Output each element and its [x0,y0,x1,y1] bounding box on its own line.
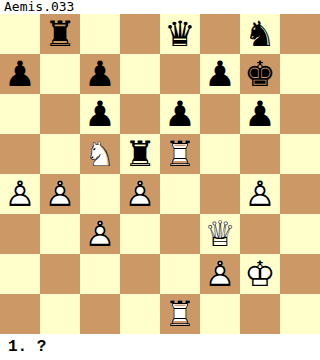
square-f4[interactable] [200,174,240,214]
square-g4[interactable]: ♟♙ [240,174,280,214]
square-c1[interactable] [80,294,120,334]
black-queen[interactable]: ♛ [160,14,200,54]
square-c2[interactable] [80,254,120,294]
piece-outline: ♖ [160,134,200,174]
white-queen[interactable]: ♛♕ [200,214,240,254]
move-prompt: 1. ? [8,338,46,356]
square-h1[interactable] [280,294,320,334]
piece-outline: ♙ [0,174,40,214]
square-e3[interactable] [160,214,200,254]
piece-outline: ♙ [40,174,80,214]
square-e6[interactable]: ♟ [160,94,200,134]
square-c8[interactable] [80,14,120,54]
square-e2[interactable] [160,254,200,294]
square-e4[interactable] [160,174,200,214]
square-h4[interactable] [280,174,320,214]
black-knight[interactable]: ♞ [240,14,280,54]
square-b6[interactable] [40,94,80,134]
square-b2[interactable] [40,254,80,294]
white-king[interactable]: ♚♔ [240,254,280,294]
square-b5[interactable] [40,134,80,174]
chess-board: ♜♛♞♟♟♟♚♟♟♟♞♘♜♜♖♟♙♟♙♟♙♟♙♟♙♛♕♟♙♚♔♜♖ [0,14,320,334]
black-pawn[interactable]: ♟ [160,94,200,134]
square-f1[interactable] [200,294,240,334]
square-d3[interactable] [120,214,160,254]
piece-outline: ♕ [200,214,240,254]
square-f5[interactable] [200,134,240,174]
square-a4[interactable]: ♟♙ [0,174,40,214]
square-h8[interactable] [280,14,320,54]
white-knight[interactable]: ♞♘ [80,134,120,174]
square-a7[interactable]: ♟ [0,54,40,94]
square-g3[interactable] [240,214,280,254]
square-d4[interactable]: ♟♙ [120,174,160,214]
piece-outline: ♙ [200,254,240,294]
white-rook[interactable]: ♜♖ [160,134,200,174]
square-h5[interactable] [280,134,320,174]
white-pawn[interactable]: ♟♙ [40,174,80,214]
square-d1[interactable] [120,294,160,334]
square-f8[interactable] [200,14,240,54]
square-g2[interactable]: ♚♔ [240,254,280,294]
black-pawn[interactable]: ♟ [80,94,120,134]
square-g7[interactable]: ♚ [240,54,280,94]
square-d5[interactable]: ♜ [120,134,160,174]
square-a2[interactable] [0,254,40,294]
square-d2[interactable] [120,254,160,294]
white-pawn[interactable]: ♟♙ [240,174,280,214]
black-king[interactable]: ♚ [240,54,280,94]
square-b7[interactable] [40,54,80,94]
square-f6[interactable] [200,94,240,134]
square-h3[interactable] [280,214,320,254]
square-b3[interactable] [40,214,80,254]
square-c6[interactable]: ♟ [80,94,120,134]
square-g6[interactable]: ♟ [240,94,280,134]
square-g8[interactable]: ♞ [240,14,280,54]
white-pawn[interactable]: ♟♙ [0,174,40,214]
square-b4[interactable]: ♟♙ [40,174,80,214]
square-c5[interactable]: ♞♘ [80,134,120,174]
square-f3[interactable]: ♛♕ [200,214,240,254]
black-pawn[interactable]: ♟ [0,54,40,94]
square-h7[interactable] [280,54,320,94]
square-e1[interactable]: ♜♖ [160,294,200,334]
square-d6[interactable] [120,94,160,134]
square-b8[interactable]: ♜ [40,14,80,54]
black-pawn[interactable]: ♟ [200,54,240,94]
square-e8[interactable]: ♛ [160,14,200,54]
piece-outline: ♙ [80,214,120,254]
square-h6[interactable] [280,94,320,134]
black-pawn[interactable]: ♟ [80,54,120,94]
square-d7[interactable] [120,54,160,94]
white-rook[interactable]: ♜♖ [160,294,200,334]
square-f7[interactable]: ♟ [200,54,240,94]
square-a6[interactable] [0,94,40,134]
square-a5[interactable] [0,134,40,174]
white-pawn[interactable]: ♟♙ [80,214,120,254]
piece-outline: ♖ [160,294,200,334]
square-c3[interactable]: ♟♙ [80,214,120,254]
black-rook[interactable]: ♜ [120,134,160,174]
square-e5[interactable]: ♜♖ [160,134,200,174]
piece-outline: ♔ [240,254,280,294]
square-e7[interactable] [160,54,200,94]
square-a3[interactable] [0,214,40,254]
square-b1[interactable] [40,294,80,334]
piece-outline: ♙ [240,174,280,214]
black-rook[interactable]: ♜ [40,14,80,54]
piece-outline: ♙ [120,174,160,214]
white-pawn[interactable]: ♟♙ [200,254,240,294]
square-a1[interactable] [0,294,40,334]
square-d8[interactable] [120,14,160,54]
diagram-title: Aemis.033 [4,0,74,14]
square-g1[interactable] [240,294,280,334]
square-a8[interactable] [0,14,40,54]
white-pawn[interactable]: ♟♙ [120,174,160,214]
square-f2[interactable]: ♟♙ [200,254,240,294]
square-h2[interactable] [280,254,320,294]
square-g5[interactable] [240,134,280,174]
square-c4[interactable] [80,174,120,214]
black-pawn[interactable]: ♟ [240,94,280,134]
piece-outline: ♘ [80,134,120,174]
square-c7[interactable]: ♟ [80,54,120,94]
